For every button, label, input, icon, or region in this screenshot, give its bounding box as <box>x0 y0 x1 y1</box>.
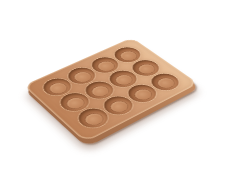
muffin-cup-floor <box>155 76 177 89</box>
muffin-cup-floor <box>65 96 87 110</box>
muffin-cup-floor <box>114 73 135 86</box>
muffin-cup-floor <box>96 60 117 72</box>
muffin-cup-floor <box>48 82 70 95</box>
muffin-cup-floor <box>119 50 139 62</box>
scene <box>0 0 230 175</box>
muffin-cup-floor <box>132 88 154 102</box>
product-photo <box>0 0 230 175</box>
muffin-cup-floor <box>90 85 112 99</box>
muffin-pan <box>23 37 198 142</box>
muffin-cup-floor <box>136 63 157 75</box>
muffin-cup-floor <box>108 99 131 113</box>
muffin-cup-floor <box>72 71 93 84</box>
muffin-cup-floor <box>83 112 106 127</box>
